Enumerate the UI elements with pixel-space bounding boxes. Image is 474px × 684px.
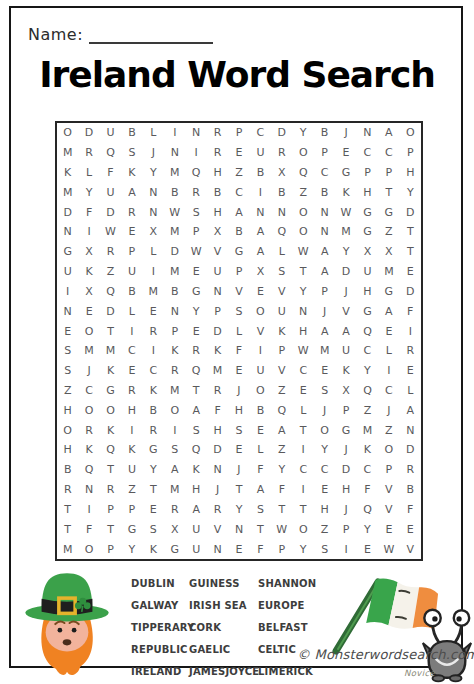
cell-r10c7[interactable]: Y	[185, 301, 206, 321]
cell-r5c14[interactable]: W	[335, 202, 356, 222]
cell-r11c6[interactable]: P	[164, 321, 185, 341]
cell-r3c17[interactable]: H	[400, 163, 421, 183]
cell-r11c17[interactable]: I	[400, 321, 421, 341]
cell-r1c7[interactable]: N	[185, 123, 206, 143]
cell-r21c9[interactable]: N	[228, 519, 249, 539]
cell-r2c3[interactable]: Q	[100, 143, 121, 163]
cell-r20c11[interactable]: T	[271, 500, 292, 520]
cell-r17c14[interactable]: J	[335, 440, 356, 460]
cell-r1c10[interactable]: C	[250, 123, 271, 143]
cell-r17c1[interactable]: H	[57, 440, 78, 460]
cell-r21c10[interactable]: T	[250, 519, 271, 539]
cell-r10c12[interactable]: N	[293, 301, 314, 321]
cell-r13c9[interactable]: E	[228, 361, 249, 381]
cell-r15c13[interactable]: J	[314, 400, 335, 420]
cell-r17c5[interactable]: G	[143, 440, 164, 460]
cell-r14c1[interactable]: Z	[57, 381, 78, 401]
cell-r12c15[interactable]: C	[357, 341, 378, 361]
cell-r13c14[interactable]: K	[335, 361, 356, 381]
cell-r10c4[interactable]: L	[121, 301, 142, 321]
cell-r9c6[interactable]: B	[164, 282, 185, 302]
cell-r7c16[interactable]: X	[378, 242, 399, 262]
cell-r21c14[interactable]: P	[335, 519, 356, 539]
cell-r10c6[interactable]: N	[164, 301, 185, 321]
cell-r15c11[interactable]: Q	[271, 400, 292, 420]
cell-r12c14[interactable]: U	[335, 341, 356, 361]
cell-r17c9[interactable]: E	[228, 440, 249, 460]
cell-r12c13[interactable]: M	[314, 341, 335, 361]
cell-r9c8[interactable]: N	[207, 282, 228, 302]
cell-r4c14[interactable]: K	[335, 182, 356, 202]
cell-r6c15[interactable]: G	[357, 222, 378, 242]
cell-r16c1[interactable]: O	[57, 420, 78, 440]
cell-r20c7[interactable]: A	[185, 500, 206, 520]
cell-r22c17[interactable]: V	[400, 539, 421, 559]
cell-r7c13[interactable]: A	[314, 242, 335, 262]
cell-r15c1[interactable]: H	[57, 400, 78, 420]
cell-r20c13[interactable]: H	[314, 500, 335, 520]
cell-r14c11[interactable]: Z	[271, 381, 292, 401]
cell-r12c1[interactable]: S	[57, 341, 78, 361]
cell-r21c1[interactable]: T	[57, 519, 78, 539]
cell-r17c13[interactable]: Y	[314, 440, 335, 460]
cell-r4c17[interactable]: Y	[400, 182, 421, 202]
cell-r9c12[interactable]: Y	[293, 282, 314, 302]
cell-r19c7[interactable]: H	[185, 480, 206, 500]
cell-r17c11[interactable]: Z	[271, 440, 292, 460]
cell-r6c5[interactable]: X	[143, 222, 164, 242]
cell-r11c16[interactable]: E	[378, 321, 399, 341]
cell-r18c8[interactable]: N	[207, 460, 228, 480]
cell-r14c16[interactable]: C	[378, 381, 399, 401]
cell-r13c5[interactable]: C	[143, 361, 164, 381]
cell-r9c1[interactable]: I	[57, 282, 78, 302]
cell-r20c9[interactable]: Y	[228, 500, 249, 520]
cell-r2c16[interactable]: C	[378, 143, 399, 163]
cell-r12c12[interactable]: W	[293, 341, 314, 361]
cell-r6c12[interactable]: O	[293, 222, 314, 242]
cell-r19c13[interactable]: E	[314, 480, 335, 500]
cell-r19c3[interactable]: R	[100, 480, 121, 500]
cell-r8c12[interactable]: T	[293, 262, 314, 282]
cell-r6c9[interactable]: B	[228, 222, 249, 242]
cell-r13c15[interactable]: Y	[357, 361, 378, 381]
cell-r14c15[interactable]: Q	[357, 381, 378, 401]
cell-r7c4[interactable]: P	[121, 242, 142, 262]
cell-r12c10[interactable]: I	[250, 341, 271, 361]
cell-r2c11[interactable]: R	[271, 143, 292, 163]
cell-r11c12[interactable]: H	[293, 321, 314, 341]
cell-r20c15[interactable]: Q	[357, 500, 378, 520]
cell-r22c5[interactable]: K	[143, 539, 164, 559]
cell-r19c17[interactable]: B	[400, 480, 421, 500]
cell-r16c8[interactable]: H	[207, 420, 228, 440]
cell-r6c13[interactable]: N	[314, 222, 335, 242]
cell-r22c10[interactable]: F	[250, 539, 271, 559]
cell-r7c7[interactable]: W	[185, 242, 206, 262]
cell-r12c5[interactable]: I	[143, 341, 164, 361]
cell-r3c8[interactable]: H	[207, 163, 228, 183]
cell-r8c17[interactable]: E	[400, 262, 421, 282]
cell-r10c17[interactable]: F	[400, 301, 421, 321]
cell-r9c4[interactable]: B	[121, 282, 142, 302]
cell-r19c1[interactable]: R	[57, 480, 78, 500]
cell-r20c16[interactable]: V	[378, 500, 399, 520]
cell-r18c12[interactable]: C	[293, 460, 314, 480]
cell-r13c11[interactable]: V	[271, 361, 292, 381]
cell-r22c6[interactable]: G	[164, 539, 185, 559]
cell-r18c14[interactable]: D	[335, 460, 356, 480]
cell-r11c13[interactable]: A	[314, 321, 335, 341]
cell-r12c16[interactable]: L	[378, 341, 399, 361]
cell-r6c17[interactable]: T	[400, 222, 421, 242]
cell-r5c7[interactable]: S	[185, 202, 206, 222]
cell-r11c8[interactable]: D	[207, 321, 228, 341]
cell-r8c11[interactable]: S	[271, 262, 292, 282]
cell-r1c3[interactable]: U	[100, 123, 121, 143]
cell-r2c1[interactable]: M	[57, 143, 78, 163]
cell-r15c7[interactable]: A	[185, 400, 206, 420]
cell-r20c5[interactable]: E	[143, 500, 164, 520]
cell-r13c8[interactable]: M	[207, 361, 228, 381]
cell-r7c3[interactable]: R	[100, 242, 121, 262]
cell-r9c9[interactable]: V	[228, 282, 249, 302]
cell-r15c9[interactable]: H	[228, 400, 249, 420]
cell-r21c17[interactable]: E	[400, 519, 421, 539]
cell-r12c7[interactable]: R	[185, 341, 206, 361]
cell-r21c15[interactable]: Y	[357, 519, 378, 539]
cell-r3c16[interactable]: P	[378, 163, 399, 183]
cell-r8c9[interactable]: P	[228, 262, 249, 282]
cell-r6c16[interactable]: Z	[378, 222, 399, 242]
cell-r21c16[interactable]: E	[378, 519, 399, 539]
cell-r11c1[interactable]: E	[57, 321, 78, 341]
cell-r3c7[interactable]: Q	[185, 163, 206, 183]
cell-r7c6[interactable]: D	[164, 242, 185, 262]
cell-r2c15[interactable]: C	[357, 143, 378, 163]
cell-r4c15[interactable]: H	[357, 182, 378, 202]
cell-r7c12[interactable]: W	[293, 242, 314, 262]
cell-r9c5[interactable]: M	[143, 282, 164, 302]
cell-r22c4[interactable]: Y	[121, 539, 142, 559]
cell-r19c16[interactable]: V	[378, 480, 399, 500]
cell-r17c12[interactable]: I	[293, 440, 314, 460]
cell-r17c2[interactable]: K	[78, 440, 99, 460]
cell-r16c2[interactable]: R	[78, 420, 99, 440]
cell-r5c2[interactable]: F	[78, 202, 99, 222]
cell-r15c6[interactable]: O	[164, 400, 185, 420]
cell-r14c7[interactable]: T	[185, 381, 206, 401]
cell-r22c16[interactable]: W	[378, 539, 399, 559]
cell-r13c17[interactable]: E	[400, 361, 421, 381]
cell-r17c10[interactable]: L	[250, 440, 271, 460]
cell-r9c7[interactable]: G	[185, 282, 206, 302]
cell-r22c1[interactable]: M	[57, 539, 78, 559]
cell-r21c5[interactable]: S	[143, 519, 164, 539]
cell-r13c4[interactable]: E	[121, 361, 142, 381]
cell-r2c6[interactable]: N	[164, 143, 185, 163]
cell-r10c1[interactable]: N	[57, 301, 78, 321]
cell-r18c13[interactable]: C	[314, 460, 335, 480]
cell-r7c5[interactable]: L	[143, 242, 164, 262]
cell-r18c6[interactable]: A	[164, 460, 185, 480]
cell-r2c17[interactable]: P	[400, 143, 421, 163]
cell-r4c12[interactable]: Z	[293, 182, 314, 202]
cell-r20c3[interactable]: P	[100, 500, 121, 520]
cell-r11c11[interactable]: K	[271, 321, 292, 341]
cell-r5c6[interactable]: W	[164, 202, 185, 222]
cell-r3c4[interactable]: K	[121, 163, 142, 183]
cell-r2c13[interactable]: P	[314, 143, 335, 163]
cell-r10c16[interactable]: A	[378, 301, 399, 321]
cell-r12c3[interactable]: M	[100, 341, 121, 361]
cell-r3c13[interactable]: C	[314, 163, 335, 183]
cell-r2c14[interactable]: E	[335, 143, 356, 163]
cell-r5c5[interactable]: N	[143, 202, 164, 222]
cell-r13c12[interactable]: C	[293, 361, 314, 381]
cell-r22c12[interactable]: Y	[293, 539, 314, 559]
cell-r1c12[interactable]: Y	[293, 123, 314, 143]
cell-r4c8[interactable]: B	[207, 182, 228, 202]
cell-r4c2[interactable]: Y	[78, 182, 99, 202]
cell-r4c4[interactable]: A	[121, 182, 142, 202]
cell-r4c11[interactable]: B	[271, 182, 292, 202]
cell-r17c4[interactable]: K	[121, 440, 142, 460]
cell-r10c5[interactable]: E	[143, 301, 164, 321]
cell-r20c12[interactable]: T	[293, 500, 314, 520]
cell-r12c8[interactable]: K	[207, 341, 228, 361]
cell-r8c13[interactable]: A	[314, 262, 335, 282]
cell-r1c9[interactable]: P	[228, 123, 249, 143]
cell-r6c14[interactable]: M	[335, 222, 356, 242]
cell-r14c5[interactable]: K	[143, 381, 164, 401]
cell-r8c16[interactable]: M	[378, 262, 399, 282]
cell-r3c6[interactable]: M	[164, 163, 185, 183]
cell-r14c4[interactable]: R	[121, 381, 142, 401]
cell-r15c16[interactable]: J	[378, 400, 399, 420]
cell-r12c9[interactable]: F	[228, 341, 249, 361]
cell-r6c2[interactable]: I	[78, 222, 99, 242]
cell-r12c6[interactable]: K	[164, 341, 185, 361]
cell-r21c3[interactable]: T	[100, 519, 121, 539]
cell-r21c7[interactable]: U	[185, 519, 206, 539]
cell-r15c3[interactable]: O	[100, 400, 121, 420]
cell-r13c2[interactable]: J	[78, 361, 99, 381]
cell-r18c10[interactable]: F	[250, 460, 271, 480]
cell-r16c14[interactable]: G	[335, 420, 356, 440]
cell-r9c10[interactable]: E	[250, 282, 271, 302]
cell-r11c5[interactable]: R	[143, 321, 164, 341]
cell-r11c7[interactable]: E	[185, 321, 206, 341]
cell-r9c11[interactable]: V	[271, 282, 292, 302]
cell-r15c14[interactable]: P	[335, 400, 356, 420]
cell-r5c1[interactable]: D	[57, 202, 78, 222]
cell-r4c5[interactable]: N	[143, 182, 164, 202]
cell-r11c10[interactable]: V	[250, 321, 271, 341]
cell-r11c2[interactable]: O	[78, 321, 99, 341]
cell-r14c17[interactable]: L	[400, 381, 421, 401]
cell-r14c12[interactable]: E	[293, 381, 314, 401]
cell-r16c17[interactable]: N	[400, 420, 421, 440]
cell-r9c3[interactable]: Q	[100, 282, 121, 302]
cell-r17c16[interactable]: O	[378, 440, 399, 460]
cell-r22c13[interactable]: S	[314, 539, 335, 559]
cell-r9c17[interactable]: D	[400, 282, 421, 302]
cell-r1c17[interactable]: O	[400, 123, 421, 143]
cell-r2c2[interactable]: R	[78, 143, 99, 163]
cell-r5c9[interactable]: A	[228, 202, 249, 222]
cell-r10c2[interactable]: E	[78, 301, 99, 321]
cell-r11c14[interactable]: A	[335, 321, 356, 341]
cell-r2c10[interactable]: U	[250, 143, 271, 163]
cell-r4c7[interactable]: R	[185, 182, 206, 202]
cell-r18c7[interactable]: K	[185, 460, 206, 480]
cell-r5c3[interactable]: D	[100, 202, 121, 222]
cell-r8c5[interactable]: I	[143, 262, 164, 282]
cell-r6c8[interactable]: X	[207, 222, 228, 242]
cell-r3c14[interactable]: G	[335, 163, 356, 183]
cell-r16c11[interactable]: A	[271, 420, 292, 440]
cell-r22c7[interactable]: U	[185, 539, 206, 559]
cell-r18c4[interactable]: U	[121, 460, 142, 480]
cell-r16c9[interactable]: S	[228, 420, 249, 440]
cell-r12c2[interactable]: M	[78, 341, 99, 361]
cell-r5c16[interactable]: G	[378, 202, 399, 222]
cell-r4c13[interactable]: B	[314, 182, 335, 202]
cell-r9c13[interactable]: P	[314, 282, 335, 302]
cell-r8c6[interactable]: M	[164, 262, 185, 282]
cell-r14c3[interactable]: G	[100, 381, 121, 401]
cell-r3c15[interactable]: P	[357, 163, 378, 183]
cell-r13c7[interactable]: Q	[185, 361, 206, 381]
cell-r5c12[interactable]: O	[293, 202, 314, 222]
cell-r13c6[interactable]: R	[164, 361, 185, 381]
cell-r13c10[interactable]: U	[250, 361, 271, 381]
cell-r6c11[interactable]: Q	[271, 222, 292, 242]
cell-r6c4[interactable]: E	[121, 222, 142, 242]
cell-r8c8[interactable]: U	[207, 262, 228, 282]
cell-r6c3[interactable]: W	[100, 222, 121, 242]
cell-r14c13[interactable]: S	[314, 381, 335, 401]
cell-r5c11[interactable]: N	[271, 202, 292, 222]
cell-r21c11[interactable]: W	[271, 519, 292, 539]
cell-r20c10[interactable]: S	[250, 500, 271, 520]
cell-r20c1[interactable]: T	[57, 500, 78, 520]
cell-r16c15[interactable]: M	[357, 420, 378, 440]
cell-r8c2[interactable]: K	[78, 262, 99, 282]
cell-r11c4[interactable]: I	[121, 321, 142, 341]
cell-r1c1[interactable]: O	[57, 123, 78, 143]
cell-r21c8[interactable]: V	[207, 519, 228, 539]
cell-r10c9[interactable]: S	[228, 301, 249, 321]
cell-r15c5[interactable]: B	[143, 400, 164, 420]
cell-r9c14[interactable]: J	[335, 282, 356, 302]
cell-r2c4[interactable]: S	[121, 143, 142, 163]
cell-r19c2[interactable]: N	[78, 480, 99, 500]
cell-r15c8[interactable]: F	[207, 400, 228, 420]
cell-r15c17[interactable]: A	[400, 400, 421, 420]
cell-r20c2[interactable]: I	[78, 500, 99, 520]
cell-r22c3[interactable]: P	[100, 539, 121, 559]
cell-r5c10[interactable]: N	[250, 202, 271, 222]
cell-r18c9[interactable]: J	[228, 460, 249, 480]
cell-r3c9[interactable]: Z	[228, 163, 249, 183]
cell-r19c10[interactable]: A	[250, 480, 271, 500]
cell-r6c6[interactable]: M	[164, 222, 185, 242]
cell-r17c8[interactable]: D	[207, 440, 228, 460]
cell-r8c7[interactable]: E	[185, 262, 206, 282]
cell-r4c16[interactable]: T	[378, 182, 399, 202]
cell-r2c12[interactable]: O	[293, 143, 314, 163]
cell-r20c6[interactable]: R	[164, 500, 185, 520]
cell-r8c14[interactable]: D	[335, 262, 356, 282]
cell-r1c6[interactable]: I	[164, 123, 185, 143]
cell-r3c1[interactable]: K	[57, 163, 78, 183]
cell-r20c4[interactable]: P	[121, 500, 142, 520]
cell-r10c11[interactable]: U	[271, 301, 292, 321]
cell-r1c8[interactable]: R	[207, 123, 228, 143]
cell-r8c15[interactable]: U	[357, 262, 378, 282]
cell-r1c11[interactable]: D	[271, 123, 292, 143]
cell-r18c16[interactable]: P	[378, 460, 399, 480]
cell-r7c11[interactable]: L	[271, 242, 292, 262]
cell-r18c1[interactable]: B	[57, 460, 78, 480]
cell-r16c3[interactable]: K	[100, 420, 121, 440]
cell-r19c9[interactable]: T	[228, 480, 249, 500]
cell-r7c1[interactable]: G	[57, 242, 78, 262]
cell-r4c6[interactable]: B	[164, 182, 185, 202]
cell-r6c7[interactable]: P	[185, 222, 206, 242]
cell-r16c5[interactable]: R	[143, 420, 164, 440]
cell-r21c6[interactable]: X	[164, 519, 185, 539]
cell-r1c2[interactable]: D	[78, 123, 99, 143]
cell-r21c2[interactable]: F	[78, 519, 99, 539]
cell-r13c13[interactable]: E	[314, 361, 335, 381]
cell-r14c9[interactable]: J	[228, 381, 249, 401]
cell-r7c9[interactable]: G	[228, 242, 249, 262]
cell-r7c10[interactable]: A	[250, 242, 271, 262]
cell-r13c16[interactable]: I	[378, 361, 399, 381]
cell-r19c8[interactable]: J	[207, 480, 228, 500]
cell-r3c11[interactable]: X	[271, 163, 292, 183]
cell-r5c13[interactable]: N	[314, 202, 335, 222]
cell-r10c8[interactable]: P	[207, 301, 228, 321]
cell-r2c7[interactable]: I	[185, 143, 206, 163]
cell-r18c11[interactable]: Y	[271, 460, 292, 480]
cell-r22c8[interactable]: N	[207, 539, 228, 559]
cell-r18c3[interactable]: T	[100, 460, 121, 480]
cell-r16c7[interactable]: S	[185, 420, 206, 440]
cell-r16c6[interactable]: I	[164, 420, 185, 440]
cell-r22c14[interactable]: I	[335, 539, 356, 559]
cell-r11c15[interactable]: Q	[357, 321, 378, 341]
cell-r19c11[interactable]: F	[271, 480, 292, 500]
cell-r16c12[interactable]: T	[293, 420, 314, 440]
cell-r6c1[interactable]: N	[57, 222, 78, 242]
cell-r1c16[interactable]: A	[378, 123, 399, 143]
cell-r19c14[interactable]: H	[335, 480, 356, 500]
cell-r10c13[interactable]: J	[314, 301, 335, 321]
cell-r7c17[interactable]: T	[400, 242, 421, 262]
cell-r2c8[interactable]: R	[207, 143, 228, 163]
cell-r14c2[interactable]: C	[78, 381, 99, 401]
cell-r4c9[interactable]: C	[228, 182, 249, 202]
cell-r17c6[interactable]: S	[164, 440, 185, 460]
cell-r4c3[interactable]: U	[100, 182, 121, 202]
cell-r21c12[interactable]: O	[293, 519, 314, 539]
cell-r19c12[interactable]: I	[293, 480, 314, 500]
cell-r18c17[interactable]: R	[400, 460, 421, 480]
